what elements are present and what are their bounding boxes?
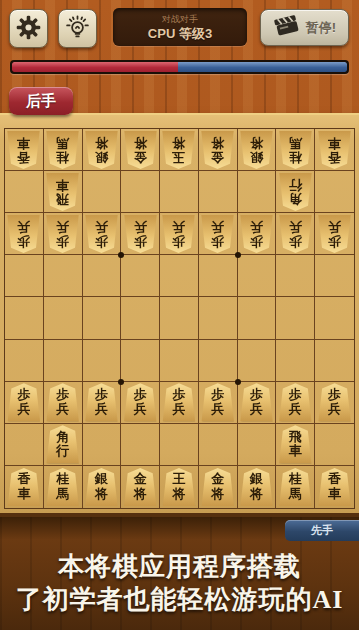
lightbulb-icon <box>64 14 91 44</box>
cell-5-6[interactable] <box>160 340 199 382</box>
cell-9-1[interactable]: 香車 <box>5 129 44 171</box>
cell-8-6[interactable] <box>44 340 83 382</box>
cell-3-7[interactable]: 歩兵 <box>238 382 277 424</box>
cell-1-8[interactable] <box>315 424 354 466</box>
piece-pawn-sente[interactable]: 歩兵 <box>240 383 273 421</box>
cell-2-3[interactable]: 歩兵 <box>276 213 315 255</box>
cell-1-6[interactable] <box>315 340 354 382</box>
cell-4-5[interactable] <box>199 297 238 339</box>
cell-8-7[interactable]: 歩兵 <box>44 382 83 424</box>
cell-4-9[interactable]: 金将 <box>199 466 238 508</box>
piece-lance-gote[interactable]: 香車 <box>318 131 351 169</box>
cell-6-7[interactable]: 歩兵 <box>121 382 160 424</box>
cell-6-9[interactable]: 金将 <box>121 466 160 508</box>
cell-5-8[interactable] <box>160 424 199 466</box>
cell-2-2[interactable]: 角行 <box>276 171 315 213</box>
evaluation-bar-red <box>12 62 178 72</box>
cell-5-9[interactable]: 王将 <box>160 466 199 508</box>
cell-1-5[interactable] <box>315 297 354 339</box>
opponent-panel: 对战对手 CPU 等级3 <box>113 8 247 46</box>
cell-2-4[interactable] <box>276 255 315 297</box>
cell-8-4[interactable] <box>44 255 83 297</box>
piece-pawn-gote[interactable]: 歩兵 <box>124 215 157 253</box>
piece-knight-gote[interactable]: 桂馬 <box>46 131 79 169</box>
cell-9-5[interactable] <box>5 297 44 339</box>
piece-rook-sente[interactable]: 飛車 <box>279 425 312 463</box>
cell-9-9[interactable]: 香車 <box>5 466 44 508</box>
piece-silver-general-sente[interactable]: 銀将 <box>85 468 118 506</box>
gear-icon <box>15 14 42 44</box>
evaluation-bar-blue <box>178 62 347 72</box>
caption-line2: 了初学者也能轻松游玩的AI <box>0 583 359 616</box>
piece-pawn-gote[interactable]: 歩兵 <box>201 215 234 253</box>
cell-9-7[interactable]: 歩兵 <box>5 382 44 424</box>
piece-knight-sente[interactable]: 桂馬 <box>279 468 312 506</box>
cell-9-6[interactable] <box>5 340 44 382</box>
cell-1-7[interactable]: 歩兵 <box>315 382 354 424</box>
piece-pawn-sente[interactable]: 歩兵 <box>85 383 118 421</box>
cell-9-8[interactable] <box>5 424 44 466</box>
cell-4-6[interactable] <box>199 340 238 382</box>
cell-3-6[interactable] <box>238 340 277 382</box>
cell-8-9[interactable]: 桂馬 <box>44 466 83 508</box>
cell-5-4[interactable] <box>160 255 199 297</box>
pause-button-label: 暂停! <box>306 19 336 37</box>
opponent-value: CPU 等级3 <box>148 26 212 41</box>
cell-7-5[interactable] <box>83 297 122 339</box>
cell-3-9[interactable]: 銀将 <box>238 466 277 508</box>
piece-pawn-gote[interactable]: 歩兵 <box>162 215 195 253</box>
cell-2-8[interactable]: 飛車 <box>276 424 315 466</box>
piece-lance-sente[interactable]: 香車 <box>7 468 40 506</box>
cell-3-3[interactable]: 歩兵 <box>238 213 277 255</box>
cell-9-3[interactable]: 歩兵 <box>5 213 44 255</box>
cell-3-1[interactable]: 銀将 <box>238 129 277 171</box>
caption-line1: 本将棋应用程序搭载 <box>0 550 359 583</box>
piece-king-sente[interactable]: 王将 <box>162 468 195 506</box>
cell-5-1[interactable]: 玉将 <box>160 129 199 171</box>
cell-9-4[interactable] <box>5 255 44 297</box>
cell-7-4[interactable] <box>83 255 122 297</box>
piece-pawn-gote[interactable]: 歩兵 <box>46 215 79 253</box>
piece-gold-general-sente[interactable]: 金将 <box>201 468 234 506</box>
cell-2-9[interactable]: 桂馬 <box>276 466 315 508</box>
piece-jeweled-king-gote[interactable]: 玉将 <box>162 131 195 169</box>
cell-4-1[interactable]: 金将 <box>199 129 238 171</box>
cell-5-2[interactable] <box>160 171 199 213</box>
piece-gold-general-gote[interactable]: 金将 <box>124 131 157 169</box>
piece-pawn-sente[interactable]: 歩兵 <box>201 383 234 421</box>
cell-2-6[interactable] <box>276 340 315 382</box>
shogi-app-screen: 对战对手 CPU 等级3 暂停! 后手 香車桂馬銀将金将玉将金将銀将桂馬香車飛車… <box>0 0 359 630</box>
cell-6-2[interactable] <box>121 171 160 213</box>
board-grid: 香車桂馬銀将金将玉将金将銀将桂馬香車飛車角行歩兵歩兵歩兵歩兵歩兵歩兵歩兵歩兵歩兵… <box>4 128 355 509</box>
cell-6-1[interactable]: 金将 <box>121 129 160 171</box>
cell-7-2[interactable] <box>83 171 122 213</box>
cell-1-4[interactable] <box>315 255 354 297</box>
piece-pawn-gote[interactable]: 歩兵 <box>279 215 312 253</box>
cell-3-2[interactable] <box>238 171 277 213</box>
piece-knight-gote[interactable]: 桂馬 <box>279 131 312 169</box>
cell-6-5[interactable] <box>121 297 160 339</box>
piece-pawn-gote[interactable]: 歩兵 <box>318 215 351 253</box>
settings-button[interactable] <box>9 9 48 48</box>
cell-6-8[interactable] <box>121 424 160 466</box>
piece-bishop-gote[interactable]: 角行 <box>279 173 312 211</box>
piece-pawn-sente[interactable]: 歩兵 <box>7 383 40 421</box>
opponent-label: 对战对手 <box>162 14 198 25</box>
cell-4-4[interactable] <box>199 255 238 297</box>
star-point <box>118 252 124 258</box>
piece-pawn-gote[interactable]: 歩兵 <box>240 215 273 253</box>
cell-6-6[interactable] <box>121 340 160 382</box>
cell-1-3[interactable]: 歩兵 <box>315 213 354 255</box>
cell-2-7[interactable]: 歩兵 <box>276 382 315 424</box>
piece-pawn-sente[interactable]: 歩兵 <box>46 383 79 421</box>
piece-lance-gote[interactable]: 香車 <box>7 131 40 169</box>
cell-7-9[interactable]: 銀将 <box>83 466 122 508</box>
clapperboard-icon <box>273 13 301 42</box>
cell-8-5[interactable] <box>44 297 83 339</box>
evaluation-bar <box>10 60 349 74</box>
cell-4-2[interactable] <box>199 171 238 213</box>
piece-rook-gote[interactable]: 飛車 <box>46 173 79 211</box>
piece-pawn-sente[interactable]: 歩兵 <box>279 383 312 421</box>
pause-button[interactable]: 暂停! <box>260 9 349 46</box>
piece-pawn-sente[interactable]: 歩兵 <box>162 383 195 421</box>
cell-2-1[interactable]: 桂馬 <box>276 129 315 171</box>
piece-silver-general-gote[interactable]: 銀将 <box>240 131 273 169</box>
cell-9-2[interactable] <box>5 171 44 213</box>
app-store-caption: 本将棋应用程序搭载 了初学者也能轻松游玩的AI <box>0 550 359 616</box>
cell-8-2[interactable]: 飛車 <box>44 171 83 213</box>
cell-4-7[interactable]: 歩兵 <box>199 382 238 424</box>
piece-pawn-gote[interactable]: 歩兵 <box>7 215 40 253</box>
piece-pawn-gote[interactable]: 歩兵 <box>85 215 118 253</box>
piece-knight-sente[interactable]: 桂馬 <box>46 468 79 506</box>
cell-3-4[interactable] <box>238 255 277 297</box>
cell-3-8[interactable] <box>238 424 277 466</box>
cell-8-8[interactable]: 角行 <box>44 424 83 466</box>
cell-7-1[interactable]: 銀将 <box>83 129 122 171</box>
star-point <box>235 379 241 385</box>
cell-8-3[interactable]: 歩兵 <box>44 213 83 255</box>
cell-1-2[interactable] <box>315 171 354 213</box>
cell-5-7[interactable]: 歩兵 <box>160 382 199 424</box>
hint-button[interactable] <box>58 9 97 48</box>
cell-6-4[interactable] <box>121 255 160 297</box>
cell-4-3[interactable]: 歩兵 <box>199 213 238 255</box>
piece-pawn-sente[interactable]: 歩兵 <box>318 383 351 421</box>
piece-pawn-sente[interactable]: 歩兵 <box>124 383 157 421</box>
cell-2-5[interactable] <box>276 297 315 339</box>
cell-4-8[interactable] <box>199 424 238 466</box>
cell-5-3[interactable]: 歩兵 <box>160 213 199 255</box>
cell-8-1[interactable]: 桂馬 <box>44 129 83 171</box>
shogi-board: 香車桂馬銀将金将玉将金将銀将桂馬香車飛車角行歩兵歩兵歩兵歩兵歩兵歩兵歩兵歩兵歩兵… <box>0 113 359 517</box>
cell-7-6[interactable] <box>83 340 122 382</box>
cell-7-3[interactable]: 歩兵 <box>83 213 122 255</box>
cell-6-3[interactable]: 歩兵 <box>121 213 160 255</box>
cell-1-9[interactable]: 香車 <box>315 466 354 508</box>
piece-silver-general-gote[interactable]: 銀将 <box>85 131 118 169</box>
piece-gold-general-sente[interactable]: 金将 <box>124 468 157 506</box>
star-point <box>235 252 241 258</box>
cell-5-5[interactable] <box>160 297 199 339</box>
sente-turn-badge: 先手 <box>285 520 359 541</box>
star-point <box>118 379 124 385</box>
cell-3-5[interactable] <box>238 297 277 339</box>
piece-bishop-sente[interactable]: 角行 <box>46 425 79 463</box>
cell-7-8[interactable] <box>83 424 122 466</box>
gote-turn-badge: 后手 <box>9 87 73 115</box>
piece-silver-general-sente[interactable]: 銀将 <box>240 468 273 506</box>
cell-1-1[interactable]: 香車 <box>315 129 354 171</box>
cell-7-7[interactable]: 歩兵 <box>83 382 122 424</box>
piece-gold-general-gote[interactable]: 金将 <box>201 131 234 169</box>
piece-lance-sente[interactable]: 香車 <box>318 468 351 506</box>
